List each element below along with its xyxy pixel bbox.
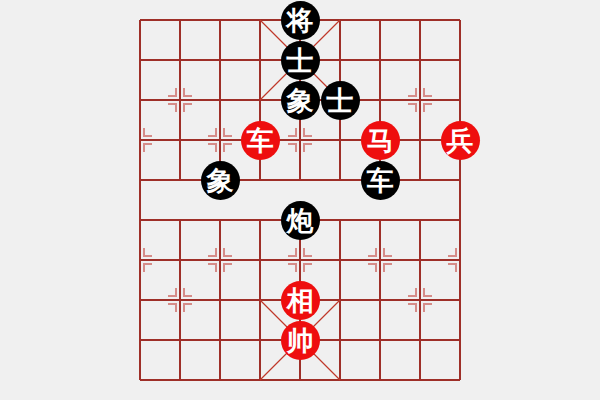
piece-black-cannon[interactable]: 炮 xyxy=(281,201,320,240)
piece-black-elephant-e2[interactable]: 象 xyxy=(281,81,320,120)
piece-black-elephant-c4[interactable]: 象 xyxy=(201,161,240,200)
piece-red-horse[interactable]: 马 xyxy=(361,121,400,160)
piece-black-chariot[interactable]: 车 xyxy=(361,161,400,200)
xiangqi-app: 将士象士车马兵象车炮相帅 xyxy=(0,0,600,400)
piece-red-pawn[interactable]: 兵 xyxy=(441,121,480,160)
piece-red-general[interactable]: 帅 xyxy=(281,321,320,360)
piece-black-general[interactable]: 将 xyxy=(281,1,320,40)
piece-black-advisor-e1[interactable]: 士 xyxy=(281,41,320,80)
piece-red-chariot[interactable]: 车 xyxy=(241,121,280,160)
xiangqi-board: 将士象士车马兵象车炮相帅 xyxy=(120,0,480,400)
piece-red-elephant[interactable]: 相 xyxy=(281,281,320,320)
piece-black-advisor-f2[interactable]: 士 xyxy=(321,81,360,120)
